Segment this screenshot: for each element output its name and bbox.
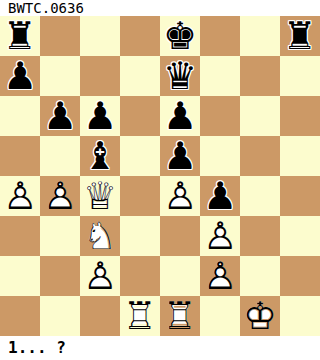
piece-black-rook-icon[interactable]: ♜ — [0, 16, 40, 56]
glyph-outline: ♙ — [200, 216, 240, 256]
move-prompt: 1... ? — [0, 336, 320, 360]
square-e4[interactable]: ♟♙ — [160, 176, 200, 216]
square-b2[interactable] — [40, 256, 80, 296]
square-g1[interactable]: ♚♔ — [240, 296, 280, 336]
glyph-outline: ♙ — [200, 256, 240, 296]
piece-black-pawn-icon[interactable]: ♟ — [0, 56, 40, 96]
piece-white-pawn-icon[interactable]: ♟♙ — [200, 216, 240, 256]
glyph-outline: ♖ — [160, 296, 200, 336]
square-e6[interactable]: ♟ — [160, 96, 200, 136]
square-b7[interactable] — [40, 56, 80, 96]
glyph-solid: ♟ — [0, 56, 40, 96]
square-a8[interactable]: ♜ — [0, 16, 40, 56]
square-f7[interactable] — [200, 56, 240, 96]
piece-white-king-icon[interactable]: ♚♔ — [240, 296, 280, 336]
glyph-outline: ♖ — [120, 296, 160, 336]
square-g5[interactable] — [240, 136, 280, 176]
square-f8[interactable] — [200, 16, 240, 56]
piece-white-knight-icon[interactable]: ♞♘ — [80, 216, 120, 256]
glyph-outline: ♙ — [160, 176, 200, 216]
piece-black-pawn-icon[interactable]: ♟ — [200, 176, 240, 216]
square-a6[interactable] — [0, 96, 40, 136]
square-f5[interactable] — [200, 136, 240, 176]
square-b1[interactable] — [40, 296, 80, 336]
square-b8[interactable] — [40, 16, 80, 56]
square-d6[interactable] — [120, 96, 160, 136]
square-d5[interactable] — [120, 136, 160, 176]
square-d4[interactable] — [120, 176, 160, 216]
piece-black-pawn-icon[interactable]: ♟ — [160, 136, 200, 176]
square-f4[interactable]: ♟ — [200, 176, 240, 216]
piece-white-pawn-icon[interactable]: ♟♙ — [80, 256, 120, 296]
square-h8[interactable]: ♜ — [280, 16, 320, 56]
square-g8[interactable] — [240, 16, 280, 56]
square-c8[interactable] — [80, 16, 120, 56]
glyph-solid: ♟ — [200, 176, 240, 216]
glyph-outline: ♕ — [80, 176, 120, 216]
square-c7[interactable] — [80, 56, 120, 96]
glyph-solid: ♛ — [160, 56, 200, 96]
square-e2[interactable] — [160, 256, 200, 296]
square-f3[interactable]: ♟♙ — [200, 216, 240, 256]
square-h7[interactable] — [280, 56, 320, 96]
piece-white-pawn-icon[interactable]: ♟♙ — [0, 176, 40, 216]
square-c2[interactable]: ♟♙ — [80, 256, 120, 296]
square-h2[interactable] — [280, 256, 320, 296]
square-a2[interactable] — [0, 256, 40, 296]
glyph-solid: ♟ — [160, 136, 200, 176]
square-g4[interactable] — [240, 176, 280, 216]
piece-white-pawn-icon[interactable]: ♟♙ — [40, 176, 80, 216]
piece-black-pawn-icon[interactable]: ♟ — [40, 96, 80, 136]
square-a4[interactable]: ♟♙ — [0, 176, 40, 216]
square-e5[interactable]: ♟ — [160, 136, 200, 176]
square-c6[interactable]: ♟ — [80, 96, 120, 136]
glyph-solid: ♚ — [160, 16, 200, 56]
square-g2[interactable] — [240, 256, 280, 296]
square-b4[interactable]: ♟♙ — [40, 176, 80, 216]
piece-white-rook-icon[interactable]: ♜♖ — [160, 296, 200, 336]
square-g6[interactable] — [240, 96, 280, 136]
square-e1[interactable]: ♜♖ — [160, 296, 200, 336]
piece-black-rook-icon[interactable]: ♜ — [280, 16, 320, 56]
square-e3[interactable] — [160, 216, 200, 256]
piece-black-queen-icon[interactable]: ♛ — [160, 56, 200, 96]
square-f6[interactable] — [200, 96, 240, 136]
square-d7[interactable] — [120, 56, 160, 96]
square-h5[interactable] — [280, 136, 320, 176]
glyph-outline: ♔ — [240, 296, 280, 336]
chess-board: ♜♚♜♟♛♟♟♟♝♟♟♙♟♙♛♕♟♙♟♞♘♟♙♟♙♟♙♜♖♜♖♚♔ — [0, 16, 320, 336]
piece-black-king-icon[interactable]: ♚ — [160, 16, 200, 56]
square-d2[interactable] — [120, 256, 160, 296]
piece-white-queen-icon[interactable]: ♛♕ — [80, 176, 120, 216]
square-d3[interactable] — [120, 216, 160, 256]
glyph-solid: ♟ — [80, 96, 120, 136]
glyph-solid: ♜ — [280, 16, 320, 56]
piece-black-bishop-icon[interactable]: ♝ — [80, 136, 120, 176]
square-a5[interactable] — [0, 136, 40, 176]
square-e7[interactable]: ♛ — [160, 56, 200, 96]
square-c5[interactable]: ♝ — [80, 136, 120, 176]
glyph-outline: ♘ — [80, 216, 120, 256]
glyph-outline: ♙ — [80, 256, 120, 296]
square-e8[interactable]: ♚ — [160, 16, 200, 56]
glyph-outline: ♙ — [40, 176, 80, 216]
square-a1[interactable] — [0, 296, 40, 336]
square-c4[interactable]: ♛♕ — [80, 176, 120, 216]
square-b5[interactable] — [40, 136, 80, 176]
glyph-solid: ♝ — [80, 136, 120, 176]
square-c1[interactable] — [80, 296, 120, 336]
square-a3[interactable] — [0, 216, 40, 256]
square-c3[interactable]: ♞♘ — [80, 216, 120, 256]
square-h1[interactable] — [280, 296, 320, 336]
piece-black-pawn-icon[interactable]: ♟ — [160, 96, 200, 136]
square-d1[interactable]: ♜♖ — [120, 296, 160, 336]
piece-black-pawn-icon[interactable]: ♟ — [80, 96, 120, 136]
piece-white-pawn-icon[interactable]: ♟♙ — [200, 256, 240, 296]
piece-white-rook-icon[interactable]: ♜♖ — [120, 296, 160, 336]
piece-white-pawn-icon[interactable]: ♟♙ — [160, 176, 200, 216]
square-h6[interactable] — [280, 96, 320, 136]
puzzle-id: BWTC.0636 — [0, 0, 320, 16]
square-f2[interactable]: ♟♙ — [200, 256, 240, 296]
glyph-solid: ♟ — [40, 96, 80, 136]
square-h3[interactable] — [280, 216, 320, 256]
square-b6[interactable]: ♟ — [40, 96, 80, 136]
square-a7[interactable]: ♟ — [0, 56, 40, 96]
glyph-outline: ♙ — [0, 176, 40, 216]
glyph-solid: ♜ — [0, 16, 40, 56]
square-g7[interactable] — [240, 56, 280, 96]
square-b3[interactable] — [40, 216, 80, 256]
square-f1[interactable] — [200, 296, 240, 336]
square-g3[interactable] — [240, 216, 280, 256]
glyph-solid: ♟ — [160, 96, 200, 136]
square-h4[interactable] — [280, 176, 320, 216]
square-d8[interactable] — [120, 16, 160, 56]
